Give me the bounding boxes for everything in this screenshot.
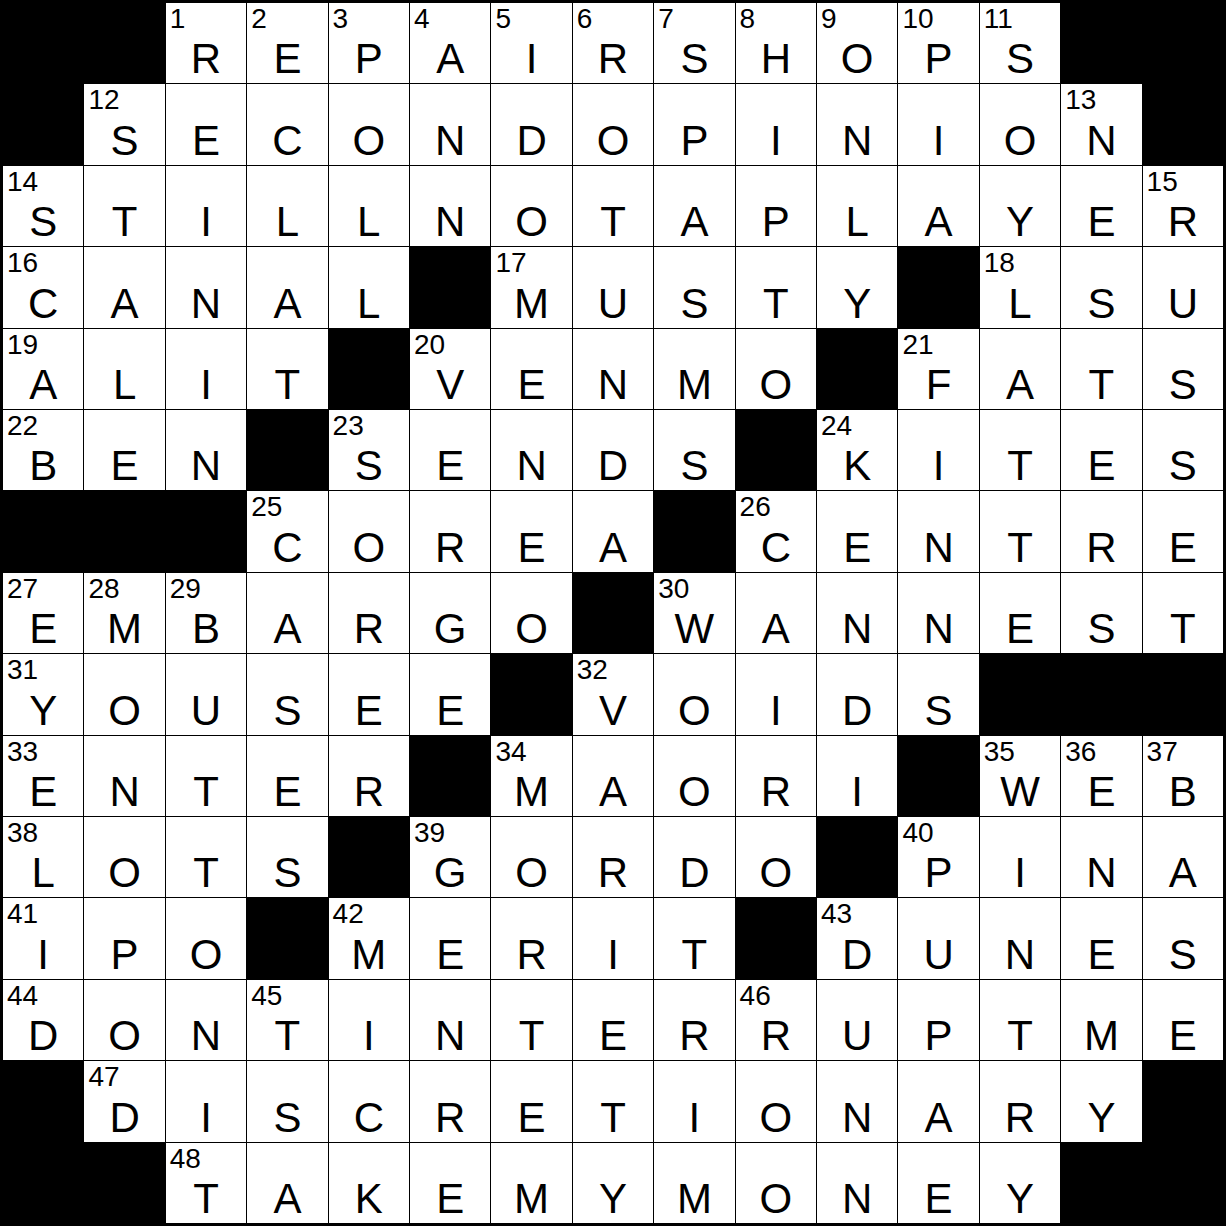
cell-r3c9[interactable]: A <box>654 166 734 246</box>
cell-r6c5[interactable]: 23S <box>329 410 409 490</box>
cell-r9c10[interactable]: I <box>736 654 816 734</box>
cell-r10c13[interactable]: 35W <box>980 736 1060 816</box>
cell-r13c5[interactable]: I <box>329 980 409 1060</box>
cell-r5c15[interactable]: S <box>1143 329 1223 409</box>
cell-r1c6[interactable]: 4A <box>410 3 490 83</box>
cell-r15c6[interactable]: E <box>410 1143 490 1223</box>
cell-r11c13[interactable]: I <box>980 817 1060 897</box>
cell-r15c12[interactable]: E <box>898 1143 978 1223</box>
cell-r6c3[interactable]: N <box>166 410 246 490</box>
cell-r9c6[interactable]: E <box>410 654 490 734</box>
cell-r4c4[interactable]: A <box>247 247 327 327</box>
cell-r8c11[interactable]: N <box>817 573 897 653</box>
cell-r10c7[interactable]: 34M <box>491 736 571 816</box>
cell-r9c2[interactable]: O <box>84 654 164 734</box>
cell-letter: E <box>410 690 490 732</box>
cell-letter: P <box>898 852 978 894</box>
cell-r9c8[interactable]: 32V <box>573 654 653 734</box>
cell-r7c13[interactable]: T <box>980 491 1060 571</box>
cell-letter: L <box>817 201 897 243</box>
cell-letter: E <box>491 1097 571 1139</box>
cell-letter: N <box>817 608 897 650</box>
cell-r9c5[interactable]: E <box>329 654 409 734</box>
cell-r1c7[interactable]: 5I <box>491 3 571 83</box>
cell-r9c4[interactable]: S <box>247 654 327 734</box>
cell-letter: D <box>817 690 897 732</box>
cell-r8c5[interactable]: R <box>329 573 409 653</box>
cell-r8c2[interactable]: 28M <box>84 573 164 653</box>
cell-r7c14[interactable]: R <box>1061 491 1141 571</box>
black-cell-r1c14 <box>1061 3 1141 83</box>
cell-r6c13[interactable]: T <box>980 410 1060 490</box>
cell-letter: A <box>898 201 978 243</box>
cell-r12c9[interactable]: T <box>654 898 734 978</box>
black-cell-r2c1 <box>3 84 83 164</box>
cell-letter: I <box>736 120 816 162</box>
cell-r15c5[interactable]: K <box>329 1143 409 1223</box>
cell-r14c4[interactable]: S <box>247 1061 327 1141</box>
cell-r13c4[interactable]: 45T <box>247 980 327 1060</box>
cell-r1c11[interactable]: 9O <box>817 3 897 83</box>
cell-letter: N <box>410 201 490 243</box>
cell-r10c14[interactable]: 36E <box>1061 736 1141 816</box>
cell-r8c13[interactable]: E <box>980 573 1060 653</box>
clue-number-25: 25 <box>251 492 282 523</box>
cell-letter: L <box>3 852 83 894</box>
cell-r7c6[interactable]: R <box>410 491 490 571</box>
cell-letter: O <box>654 771 734 813</box>
clue-number-11: 11 <box>984 4 1013 35</box>
cell-letter: N <box>817 1097 897 1139</box>
cell-letter: E <box>491 364 571 406</box>
cell-r5c10[interactable]: O <box>736 329 816 409</box>
clue-number-47: 47 <box>88 1062 119 1093</box>
cell-letter: D <box>84 1097 164 1139</box>
cell-r15c4[interactable]: A <box>247 1143 327 1223</box>
cell-letter: S <box>247 1097 327 1139</box>
cell-letter: E <box>247 38 327 80</box>
cell-r5c7[interactable]: E <box>491 329 571 409</box>
cell-r13c12[interactable]: P <box>898 980 978 1060</box>
cell-r12c15[interactable]: S <box>1143 898 1223 978</box>
cell-r1c3[interactable]: 1R <box>166 3 246 83</box>
clue-number-31: 31 <box>7 655 38 686</box>
black-cell-r7c9 <box>654 491 734 571</box>
cell-r14c3[interactable]: I <box>166 1061 246 1141</box>
cell-letter: T <box>166 1178 246 1220</box>
cell-r2c2[interactable]: 12S <box>84 84 164 164</box>
cell-letter: T <box>573 201 653 243</box>
cell-r6c11[interactable]: 24K <box>817 410 897 490</box>
cell-r10c8[interactable]: A <box>573 736 653 816</box>
cell-r11c6[interactable]: 39G <box>410 817 490 897</box>
cell-r11c9[interactable]: D <box>654 817 734 897</box>
cell-letter: G <box>410 852 490 894</box>
cell-r15c13[interactable]: Y <box>980 1143 1060 1223</box>
cell-r4c7[interactable]: 17M <box>491 247 571 327</box>
cell-letter: N <box>410 1015 490 1057</box>
cell-letter: E <box>1143 1015 1223 1057</box>
cell-r3c14[interactable]: E <box>1061 166 1141 246</box>
cell-r14c10[interactable]: O <box>736 1061 816 1141</box>
clue-number-4: 4 <box>414 4 430 35</box>
cell-letter: I <box>329 1015 409 1057</box>
cell-r7c5[interactable]: O <box>329 491 409 571</box>
cell-r3c13[interactable]: Y <box>980 166 1060 246</box>
cell-letter: P <box>736 201 816 243</box>
cell-r11c3[interactable]: T <box>166 817 246 897</box>
cell-r8c1[interactable]: 27E <box>3 573 83 653</box>
cell-letter: N <box>898 527 978 569</box>
cell-r11c15[interactable]: A <box>1143 817 1223 897</box>
clue-number-30: 30 <box>658 574 689 605</box>
cell-r4c1[interactable]: 16C <box>3 247 83 327</box>
cell-r14c2[interactable]: 47D <box>84 1061 164 1141</box>
clue-number-43: 43 <box>821 899 852 930</box>
cell-r8c15[interactable]: T <box>1143 573 1223 653</box>
cell-r14c7[interactable]: E <box>491 1061 571 1141</box>
cell-r8c12[interactable]: N <box>898 573 978 653</box>
cell-r1c4[interactable]: 2E <box>247 3 327 83</box>
black-cell-r1c2 <box>84 3 164 83</box>
cell-r2c12[interactable]: I <box>898 84 978 164</box>
black-cell-r2c15 <box>1143 84 1223 164</box>
cell-r2c7[interactable]: D <box>491 84 571 164</box>
cell-r2c11[interactable]: N <box>817 84 897 164</box>
cell-r7c10[interactable]: 26C <box>736 491 816 571</box>
cell-r6c14[interactable]: E <box>1061 410 1141 490</box>
clue-number-39: 39 <box>414 818 445 849</box>
cell-letter: N <box>898 608 978 650</box>
black-cell-r5c11 <box>817 329 897 409</box>
cell-r14c6[interactable]: R <box>410 1061 490 1141</box>
cell-r4c3[interactable]: N <box>166 247 246 327</box>
cell-letter: E <box>573 1015 653 1057</box>
cell-r12c6[interactable]: E <box>410 898 490 978</box>
cell-r4c9[interactable]: S <box>654 247 734 327</box>
cell-r12c13[interactable]: N <box>980 898 1060 978</box>
cell-r5c3[interactable]: I <box>166 329 246 409</box>
cell-r5c4[interactable]: T <box>247 329 327 409</box>
cell-r1c5[interactable]: 3P <box>329 3 409 83</box>
cell-letter: T <box>980 527 1060 569</box>
black-cell-r14c15 <box>1143 1061 1223 1141</box>
cell-r15c8[interactable]: Y <box>573 1143 653 1223</box>
cell-letter: E <box>1061 771 1141 813</box>
cell-r3c15[interactable]: 15R <box>1143 166 1223 246</box>
cell-r9c3[interactable]: U <box>166 654 246 734</box>
cell-r11c2[interactable]: O <box>84 817 164 897</box>
cell-r4c2[interactable]: A <box>84 247 164 327</box>
cell-letter: E <box>410 1178 490 1220</box>
cell-r12c3[interactable]: O <box>166 898 246 978</box>
cell-letter: S <box>654 445 734 487</box>
cell-r15c3[interactable]: 48T <box>166 1143 246 1223</box>
cell-letter: K <box>329 1178 409 1220</box>
cell-r13c1[interactable]: 44D <box>3 980 83 1060</box>
cell-r8c7[interactable]: O <box>491 573 571 653</box>
clue-number-48: 48 <box>170 1144 201 1175</box>
cell-r2c9[interactable]: P <box>654 84 734 164</box>
clue-number-38: 38 <box>7 818 38 849</box>
cell-r13c9[interactable]: R <box>654 980 734 1060</box>
cell-r11c8[interactable]: R <box>573 817 653 897</box>
cell-r14c14[interactable]: Y <box>1061 1061 1141 1141</box>
cell-r11c1[interactable]: 38L <box>3 817 83 897</box>
cell-r1c9[interactable]: 7S <box>654 3 734 83</box>
cell-r7c11[interactable]: E <box>817 491 897 571</box>
clue-number-27: 27 <box>7 574 38 605</box>
cell-r13c10[interactable]: 46R <box>736 980 816 1060</box>
black-cell-r12c10 <box>736 898 816 978</box>
cell-r5c8[interactable]: N <box>573 329 653 409</box>
cell-r10c5[interactable]: R <box>329 736 409 816</box>
cell-r2c10[interactable]: I <box>736 84 816 164</box>
cell-letter: P <box>654 120 734 162</box>
cell-r6c6[interactable]: E <box>410 410 490 490</box>
cell-r15c11[interactable]: N <box>817 1143 897 1223</box>
cell-letter: O <box>491 201 571 243</box>
cell-r13c13[interactable]: T <box>980 980 1060 1060</box>
cell-r11c14[interactable]: N <box>1061 817 1141 897</box>
cell-r3c4[interactable]: L <box>247 166 327 246</box>
cell-letter: B <box>3 445 83 487</box>
cell-r3c6[interactable]: N <box>410 166 490 246</box>
cell-r2c6[interactable]: N <box>410 84 490 164</box>
cell-r12c1[interactable]: 41I <box>3 898 83 978</box>
cell-r6c9[interactable]: S <box>654 410 734 490</box>
cell-r15c7[interactable]: M <box>491 1143 571 1223</box>
cell-r11c10[interactable]: O <box>736 817 816 897</box>
cell-r7c15[interactable]: E <box>1143 491 1223 571</box>
cell-r9c12[interactable]: S <box>898 654 978 734</box>
cell-r14c5[interactable]: C <box>329 1061 409 1141</box>
cell-letter: N <box>573 364 653 406</box>
cell-letter: M <box>654 364 734 406</box>
clue-number-20: 20 <box>414 330 445 361</box>
cell-r10c9[interactable]: O <box>654 736 734 816</box>
cell-r3c11[interactable]: L <box>817 166 897 246</box>
cell-letter: A <box>3 364 83 406</box>
cell-r12c2[interactable]: P <box>84 898 164 978</box>
cell-r5c12[interactable]: 21F <box>898 329 978 409</box>
cell-r13c11[interactable]: U <box>817 980 897 1060</box>
cell-r1c8[interactable]: 6R <box>573 3 653 83</box>
cell-letter: Y <box>573 1178 653 1220</box>
cell-r13c2[interactable]: O <box>84 980 164 1060</box>
cell-r5c2[interactable]: L <box>84 329 164 409</box>
cell-letter: N <box>491 445 571 487</box>
clue-number-28: 28 <box>88 574 119 605</box>
cell-letter: S <box>1061 283 1141 325</box>
cell-letter: A <box>1143 852 1223 894</box>
cell-r2c4[interactable]: C <box>247 84 327 164</box>
cell-r6c2[interactable]: E <box>84 410 164 490</box>
cell-r3c12[interactable]: A <box>898 166 978 246</box>
cell-r6c7[interactable]: N <box>491 410 571 490</box>
cell-r10c2[interactable]: N <box>84 736 164 816</box>
cell-letter: R <box>329 771 409 813</box>
cell-r12c11[interactable]: 43D <box>817 898 897 978</box>
cell-r3c2[interactable]: T <box>84 166 164 246</box>
cell-r12c8[interactable]: I <box>573 898 653 978</box>
cell-r5c14[interactable]: T <box>1061 329 1141 409</box>
clue-number-10: 10 <box>902 4 933 35</box>
cell-r8c14[interactable]: S <box>1061 573 1141 653</box>
cell-r6c12[interactable]: I <box>898 410 978 490</box>
cell-r4c11[interactable]: Y <box>817 247 897 327</box>
cell-r7c12[interactable]: N <box>898 491 978 571</box>
cell-r7c4[interactable]: 25C <box>247 491 327 571</box>
cell-letter: R <box>1143 201 1223 243</box>
cell-r6c15[interactable]: S <box>1143 410 1223 490</box>
cell-letter: S <box>247 690 327 732</box>
cell-r3c5[interactable]: L <box>329 166 409 246</box>
cell-letter: W <box>654 608 734 650</box>
cell-letter: A <box>898 1097 978 1139</box>
clue-number-16: 16 <box>7 248 38 279</box>
cell-r15c9[interactable]: M <box>654 1143 734 1223</box>
cell-r5c13[interactable]: A <box>980 329 1060 409</box>
cell-r11c4[interactable]: S <box>247 817 327 897</box>
cell-letter: O <box>736 364 816 406</box>
cell-r2c14[interactable]: 13N <box>1061 84 1141 164</box>
clue-number-1: 1 <box>170 4 186 35</box>
cell-letter: N <box>166 1015 246 1057</box>
clue-number-3: 3 <box>333 4 349 35</box>
cell-r3c10[interactable]: P <box>736 166 816 246</box>
cell-r4c5[interactable]: L <box>329 247 409 327</box>
cell-letter: I <box>817 771 897 813</box>
cell-r6c1[interactable]: 22B <box>3 410 83 490</box>
cell-r13c6[interactable]: N <box>410 980 490 1060</box>
cell-letter: R <box>980 1097 1060 1139</box>
cell-letter: U <box>573 283 653 325</box>
clue-number-35: 35 <box>984 737 1015 768</box>
cell-r10c10[interactable]: R <box>736 736 816 816</box>
cell-letter: T <box>980 445 1060 487</box>
cell-letter: O <box>573 120 653 162</box>
cell-r2c3[interactable]: E <box>166 84 246 164</box>
cell-letter: A <box>573 771 653 813</box>
cell-r3c8[interactable]: T <box>573 166 653 246</box>
cell-letter: U <box>166 690 246 732</box>
cell-letter: M <box>491 283 571 325</box>
cell-letter: M <box>329 934 409 976</box>
cell-letter: A <box>410 38 490 80</box>
cell-r1c13[interactable]: 11S <box>980 3 1060 83</box>
cell-r13c7[interactable]: T <box>491 980 571 1060</box>
cell-letter: C <box>736 527 816 569</box>
cell-r12c7[interactable]: R <box>491 898 571 978</box>
cell-r15c10[interactable]: O <box>736 1143 816 1223</box>
cell-r10c15[interactable]: 37B <box>1143 736 1223 816</box>
cell-r4c15[interactable]: U <box>1143 247 1223 327</box>
clue-number-32: 32 <box>577 655 608 686</box>
cell-r9c1[interactable]: 31Y <box>3 654 83 734</box>
cell-r3c3[interactable]: I <box>166 166 246 246</box>
cell-r8c4[interactable]: A <box>247 573 327 653</box>
cell-r5c1[interactable]: 19A <box>3 329 83 409</box>
crossword-board: 1R2E3P4A5I6R7S8H9O10P11S12SECONDOPINIO13… <box>0 0 1226 1226</box>
cell-letter: D <box>573 445 653 487</box>
cell-r7c8[interactable]: A <box>573 491 653 571</box>
cell-r8c3[interactable]: 29B <box>166 573 246 653</box>
cell-r13c3[interactable]: N <box>166 980 246 1060</box>
cell-letter: N <box>817 120 897 162</box>
cell-letter: P <box>84 934 164 976</box>
cell-r8c10[interactable]: A <box>736 573 816 653</box>
cell-r2c5[interactable]: O <box>329 84 409 164</box>
cell-letter: O <box>980 120 1060 162</box>
cell-letter: D <box>3 1015 83 1057</box>
cell-r12c14[interactable]: E <box>1061 898 1141 978</box>
cell-r14c11[interactable]: N <box>817 1061 897 1141</box>
cell-r2c13[interactable]: O <box>980 84 1060 164</box>
cell-letter: E <box>410 934 490 976</box>
cell-r3c7[interactable]: O <box>491 166 571 246</box>
cell-r1c12[interactable]: 10P <box>898 3 978 83</box>
clue-number-5: 5 <box>495 4 511 35</box>
cell-r8c6[interactable]: G <box>410 573 490 653</box>
cell-letter: I <box>3 934 83 976</box>
cell-r1c10[interactable]: 8H <box>736 3 816 83</box>
cell-letter: D <box>491 120 571 162</box>
clue-number-12: 12 <box>88 85 119 116</box>
cell-r14c9[interactable]: I <box>654 1061 734 1141</box>
cell-r10c1[interactable]: 33E <box>3 736 83 816</box>
cell-r7c7[interactable]: E <box>491 491 571 571</box>
cell-r12c5[interactable]: 42M <box>329 898 409 978</box>
cell-r9c11[interactable]: D <box>817 654 897 734</box>
cell-letter: E <box>410 445 490 487</box>
clue-number-37: 37 <box>1147 737 1178 768</box>
cell-r5c9[interactable]: M <box>654 329 734 409</box>
cell-r4c14[interactable]: S <box>1061 247 1141 327</box>
cell-r4c10[interactable]: T <box>736 247 816 327</box>
black-cell-r10c12 <box>898 736 978 816</box>
cell-r13c14[interactable]: M <box>1061 980 1141 1060</box>
cell-letter: E <box>898 1178 978 1220</box>
cell-r13c8[interactable]: E <box>573 980 653 1060</box>
cell-letter: P <box>329 38 409 80</box>
cell-r14c13[interactable]: R <box>980 1061 1060 1141</box>
cell-r10c11[interactable]: I <box>817 736 897 816</box>
cell-letter: M <box>1061 1015 1141 1057</box>
cell-r13c15[interactable]: E <box>1143 980 1223 1060</box>
cell-r10c3[interactable]: T <box>166 736 246 816</box>
cell-r4c8[interactable]: U <box>573 247 653 327</box>
cell-r5c6[interactable]: 20V <box>410 329 490 409</box>
cell-r11c12[interactable]: 40P <box>898 817 978 897</box>
cell-r2c8[interactable]: O <box>573 84 653 164</box>
cell-r4c13[interactable]: 18L <box>980 247 1060 327</box>
cell-r3c1[interactable]: 14S <box>3 166 83 246</box>
cell-r12c12[interactable]: U <box>898 898 978 978</box>
cell-r10c4[interactable]: E <box>247 736 327 816</box>
cell-r6c8[interactable]: D <box>573 410 653 490</box>
cell-r14c12[interactable]: A <box>898 1061 978 1141</box>
cell-letter: C <box>3 283 83 325</box>
cell-r11c7[interactable]: O <box>491 817 571 897</box>
cell-r8c9[interactable]: 30W <box>654 573 734 653</box>
cell-letter: N <box>166 445 246 487</box>
cell-r9c9[interactable]: O <box>654 654 734 734</box>
cell-r14c8[interactable]: T <box>573 1061 653 1141</box>
clue-number-36: 36 <box>1065 737 1096 768</box>
cell-letter: I <box>166 201 246 243</box>
cell-letter: M <box>84 608 164 650</box>
